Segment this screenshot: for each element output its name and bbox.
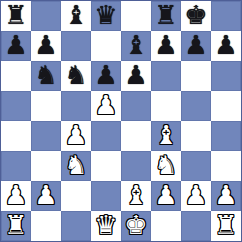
black-queen[interactable]: ♛ xyxy=(94,2,117,28)
square-e1[interactable]: ♚ xyxy=(121,211,151,241)
square-f8[interactable]: ♜ xyxy=(151,1,181,31)
black-bishop[interactable]: ♝ xyxy=(124,32,147,58)
square-g5[interactable] xyxy=(181,91,211,121)
black-pawn[interactable]: ♟ xyxy=(34,32,57,58)
black-pawn[interactable]: ♟ xyxy=(94,62,117,88)
square-f6[interactable] xyxy=(151,61,181,91)
square-g4[interactable] xyxy=(181,121,211,151)
square-e2[interactable]: ♝ xyxy=(121,181,151,211)
square-f2[interactable]: ♟ xyxy=(151,181,181,211)
square-f3[interactable]: ♞ xyxy=(151,151,181,181)
square-b3[interactable] xyxy=(31,151,61,181)
square-h8[interactable] xyxy=(211,1,241,31)
square-b6[interactable]: ♞ xyxy=(31,61,61,91)
square-c3[interactable]: ♞ xyxy=(61,151,91,181)
white-pawn[interactable]: ♟ xyxy=(214,182,237,208)
square-d7[interactable] xyxy=(91,31,121,61)
square-b8[interactable] xyxy=(31,1,61,31)
square-a7[interactable]: ♟ xyxy=(1,31,31,61)
square-h2[interactable]: ♟ xyxy=(211,181,241,211)
square-c4[interactable]: ♟ xyxy=(61,121,91,151)
square-d6[interactable]: ♟ xyxy=(91,61,121,91)
square-c6[interactable]: ♞ xyxy=(61,61,91,91)
square-g7[interactable]: ♟ xyxy=(181,31,211,61)
square-c2[interactable] xyxy=(61,181,91,211)
square-g3[interactable] xyxy=(181,151,211,181)
square-h6[interactable] xyxy=(211,61,241,91)
white-rook[interactable]: ♜ xyxy=(214,212,237,238)
black-knight[interactable]: ♞ xyxy=(34,62,57,88)
square-a3[interactable] xyxy=(1,151,31,181)
white-knight[interactable]: ♞ xyxy=(64,152,87,178)
square-f7[interactable]: ♟ xyxy=(151,31,181,61)
white-pawn[interactable]: ♟ xyxy=(94,92,117,118)
square-a1[interactable]: ♜ xyxy=(1,211,31,241)
square-e4[interactable] xyxy=(121,121,151,151)
black-pawn[interactable]: ♟ xyxy=(154,32,177,58)
square-e8[interactable] xyxy=(121,1,151,31)
square-b7[interactable]: ♟ xyxy=(31,31,61,61)
square-d2[interactable] xyxy=(91,181,121,211)
square-e6[interactable]: ♟ xyxy=(121,61,151,91)
square-h5[interactable] xyxy=(211,91,241,121)
square-b4[interactable] xyxy=(31,121,61,151)
square-e3[interactable] xyxy=(121,151,151,181)
white-pawn[interactable]: ♟ xyxy=(64,122,87,148)
black-rook[interactable]: ♜ xyxy=(4,2,27,28)
square-e7[interactable]: ♝ xyxy=(121,31,151,61)
square-h4[interactable] xyxy=(211,121,241,151)
white-king[interactable]: ♚ xyxy=(124,212,147,238)
square-g1[interactable] xyxy=(181,211,211,241)
square-c5[interactable] xyxy=(61,91,91,121)
black-pawn[interactable]: ♟ xyxy=(214,32,237,58)
white-rook[interactable]: ♜ xyxy=(4,212,27,238)
white-bishop[interactable]: ♝ xyxy=(154,122,177,148)
black-pawn[interactable]: ♟ xyxy=(184,32,207,58)
black-pawn[interactable]: ♟ xyxy=(4,32,27,58)
square-c1[interactable] xyxy=(61,211,91,241)
black-pawn[interactable]: ♟ xyxy=(124,62,147,88)
black-king[interactable]: ♚ xyxy=(184,2,207,28)
white-bishop[interactable]: ♝ xyxy=(124,182,147,208)
white-pawn[interactable]: ♟ xyxy=(184,182,207,208)
square-c7[interactable] xyxy=(61,31,91,61)
white-pawn[interactable]: ♟ xyxy=(34,182,57,208)
square-d4[interactable] xyxy=(91,121,121,151)
square-b5[interactable] xyxy=(31,91,61,121)
square-f5[interactable] xyxy=(151,91,181,121)
square-g2[interactable]: ♟ xyxy=(181,181,211,211)
black-rook[interactable]: ♜ xyxy=(154,2,177,28)
square-b1[interactable] xyxy=(31,211,61,241)
square-g8[interactable]: ♚ xyxy=(181,1,211,31)
square-a8[interactable]: ♜ xyxy=(1,1,31,31)
square-d8[interactable]: ♛ xyxy=(91,1,121,31)
square-f1[interactable] xyxy=(151,211,181,241)
white-pawn[interactable]: ♟ xyxy=(154,182,177,208)
black-knight[interactable]: ♞ xyxy=(64,62,87,88)
square-a2[interactable]: ♟ xyxy=(1,181,31,211)
square-a4[interactable] xyxy=(1,121,31,151)
square-h7[interactable]: ♟ xyxy=(211,31,241,61)
square-g6[interactable] xyxy=(181,61,211,91)
square-d3[interactable] xyxy=(91,151,121,181)
white-pawn[interactable]: ♟ xyxy=(4,182,27,208)
square-e5[interactable] xyxy=(121,91,151,121)
square-a5[interactable] xyxy=(1,91,31,121)
square-d1[interactable]: ♛ xyxy=(91,211,121,241)
square-h3[interactable] xyxy=(211,151,241,181)
white-knight[interactable]: ♞ xyxy=(154,152,177,178)
square-h1[interactable]: ♜ xyxy=(211,211,241,241)
square-b2[interactable]: ♟ xyxy=(31,181,61,211)
black-bishop[interactable]: ♝ xyxy=(64,2,87,28)
square-d5[interactable]: ♟ xyxy=(91,91,121,121)
square-c8[interactable]: ♝ xyxy=(61,1,91,31)
chess-board: ♜♝♛♜♚♟♟♝♟♟♟♞♞♟♟♟♟♝♞♞♟♟♝♟♟♟♜♛♚♜ xyxy=(0,0,242,242)
white-queen[interactable]: ♛ xyxy=(94,212,117,238)
square-f4[interactable]: ♝ xyxy=(151,121,181,151)
square-a6[interactable] xyxy=(1,61,31,91)
